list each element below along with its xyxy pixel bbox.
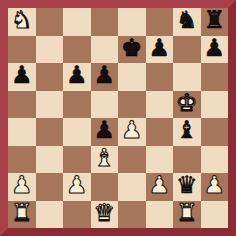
square-c3[interactable]: [63, 146, 91, 174]
square-c7[interactable]: [63, 36, 91, 64]
square-a6[interactable]: ♟: [8, 63, 36, 91]
square-g7[interactable]: [173, 36, 201, 64]
square-g1[interactable]: ♜: [173, 201, 201, 229]
square-e8[interactable]: [118, 8, 146, 36]
square-a4[interactable]: [8, 118, 36, 146]
square-e4[interactable]: ♟: [118, 118, 146, 146]
white-pawn-f2[interactable]: ♟: [148, 172, 170, 200]
square-d2[interactable]: [91, 173, 119, 201]
black-knight-g8[interactable]: ♞: [176, 7, 198, 35]
black-pawn-c6[interactable]: ♟: [66, 62, 88, 90]
square-d6[interactable]: ♟: [91, 63, 119, 91]
square-b4[interactable]: [36, 118, 64, 146]
square-d3[interactable]: ♝: [91, 146, 119, 174]
square-g6[interactable]: [173, 63, 201, 91]
black-bishop-g4[interactable]: ♝: [176, 117, 198, 145]
square-a5[interactable]: [8, 91, 36, 119]
square-a8[interactable]: ♞: [8, 8, 36, 36]
square-b3[interactable]: [36, 146, 64, 174]
white-king-g5[interactable]: ♚: [176, 90, 198, 118]
white-queen-d1[interactable]: ♛: [93, 200, 115, 228]
square-f2[interactable]: ♟: [146, 173, 174, 201]
square-h2[interactable]: ♟: [201, 173, 229, 201]
square-a2[interactable]: ♟: [8, 173, 36, 201]
square-h8[interactable]: ♜: [201, 8, 229, 36]
square-a3[interactable]: [8, 146, 36, 174]
square-d8[interactable]: [91, 8, 119, 36]
square-c5[interactable]: [63, 91, 91, 119]
square-f8[interactable]: [146, 8, 174, 36]
square-e5[interactable]: [118, 91, 146, 119]
square-g3[interactable]: [173, 146, 201, 174]
white-rook-a1[interactable]: ♜: [11, 200, 33, 228]
square-g8[interactable]: ♞: [173, 8, 201, 36]
square-d1[interactable]: ♛: [91, 201, 119, 229]
square-b2[interactable]: [36, 173, 64, 201]
square-e2[interactable]: [118, 173, 146, 201]
square-b1[interactable]: [36, 201, 64, 229]
white-rook-g1[interactable]: ♜: [176, 200, 198, 228]
white-pawn-a2[interactable]: ♟: [11, 172, 33, 200]
square-c8[interactable]: [63, 8, 91, 36]
square-b6[interactable]: [36, 63, 64, 91]
square-b7[interactable]: [36, 36, 64, 64]
square-h3[interactable]: [201, 146, 229, 174]
square-f5[interactable]: [146, 91, 174, 119]
white-pawn-e4[interactable]: ♟: [121, 117, 143, 145]
square-e7[interactable]: ♚: [118, 36, 146, 64]
square-a1[interactable]: ♜: [8, 201, 36, 229]
black-pawn-h7[interactable]: ♟: [203, 35, 225, 63]
square-a7[interactable]: [8, 36, 36, 64]
square-h7[interactable]: ♟: [201, 36, 229, 64]
square-e1[interactable]: [118, 201, 146, 229]
white-pawn-h2[interactable]: ♟: [203, 172, 225, 200]
square-b5[interactable]: [36, 91, 64, 119]
black-queen-g2[interactable]: ♛: [176, 172, 198, 200]
square-e6[interactable]: [118, 63, 146, 91]
square-g2[interactable]: ♛: [173, 173, 201, 201]
square-g5[interactable]: ♚: [173, 91, 201, 119]
black-king-e7[interactable]: ♚: [121, 35, 143, 63]
square-e3[interactable]: [118, 146, 146, 174]
square-b8[interactable]: [36, 8, 64, 36]
chess-board-frame: ♞♞♜♚♟♟♟♟♟♚♟♟♝♝♟♟♟♛♟♜♛♜: [0, 0, 236, 236]
square-h5[interactable]: [201, 91, 229, 119]
square-g4[interactable]: ♝: [173, 118, 201, 146]
square-d5[interactable]: [91, 91, 119, 119]
square-h6[interactable]: [201, 63, 229, 91]
square-c6[interactable]: ♟: [63, 63, 91, 91]
square-h4[interactable]: [201, 118, 229, 146]
white-bishop-d3[interactable]: ♝: [93, 145, 115, 173]
white-pawn-c2[interactable]: ♟: [66, 172, 88, 200]
square-h1[interactable]: [201, 201, 229, 229]
black-rook-h8[interactable]: ♜: [203, 7, 225, 35]
chess-board: ♞♞♜♚♟♟♟♟♟♚♟♟♝♝♟♟♟♛♟♜♛♜: [8, 8, 228, 228]
square-f7[interactable]: ♟: [146, 36, 174, 64]
square-f1[interactable]: [146, 201, 174, 229]
black-pawn-f7[interactable]: ♟: [148, 35, 170, 63]
square-c2[interactable]: ♟: [63, 173, 91, 201]
square-f6[interactable]: [146, 63, 174, 91]
black-pawn-d4[interactable]: ♟: [93, 117, 115, 145]
square-d4[interactable]: ♟: [91, 118, 119, 146]
black-pawn-d6[interactable]: ♟: [93, 62, 115, 90]
square-d7[interactable]: [91, 36, 119, 64]
square-c1[interactable]: [63, 201, 91, 229]
white-knight-a8[interactable]: ♞: [11, 7, 33, 35]
square-f3[interactable]: [146, 146, 174, 174]
square-f4[interactable]: [146, 118, 174, 146]
black-pawn-a6[interactable]: ♟: [11, 62, 33, 90]
square-c4[interactable]: [63, 118, 91, 146]
